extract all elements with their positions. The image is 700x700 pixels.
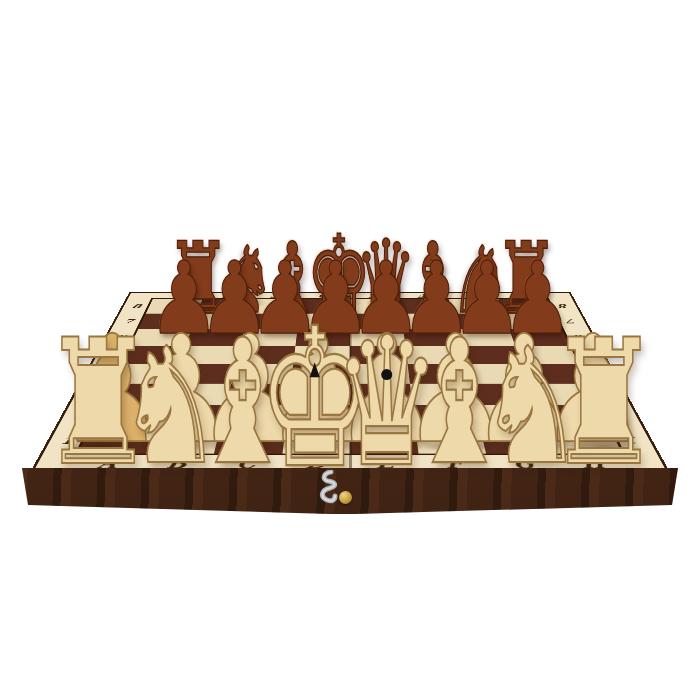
pieces-layer: ♜♞♝♚♛♝♞♜♟♟♟♟♟♟♟♟♟♟♟♟♟♟♟♟♜♞♝♚♛♝♞♜	[0, 0, 700, 700]
rook-glyph: ♜	[546, 317, 661, 490]
ball-finial-icon	[382, 369, 393, 380]
chess-set-photo: ABCDEFGH8877665544332211ABCDEFGH ♜♞♝♚♛♝♞…	[0, 0, 700, 700]
piece-light-rook-h1[interactable]: ♜	[546, 362, 661, 490]
cone-finial-icon	[310, 362, 320, 377]
brass-knob-icon	[339, 491, 352, 504]
